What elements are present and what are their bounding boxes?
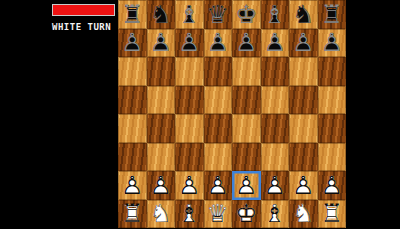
square-g8[interactable]: ♞♘ xyxy=(289,0,318,29)
square-g2[interactable]: ♟♙ xyxy=(289,171,318,200)
square-d1[interactable]: ♛♕ xyxy=(204,200,233,229)
square-a4[interactable] xyxy=(118,114,147,143)
piece-black-bishop[interactable]: ♝♗ xyxy=(175,0,204,29)
square-g5[interactable] xyxy=(289,86,318,115)
piece-glyph-line: ♕ xyxy=(204,0,233,29)
piece-white-rook[interactable]: ♜♖ xyxy=(118,200,147,229)
square-a8[interactable]: ♜♖ xyxy=(118,0,147,29)
piece-black-pawn[interactable]: ♟♙ xyxy=(204,29,233,58)
square-a2[interactable]: ♟♙ xyxy=(118,171,147,200)
piece-glyph-line: ♘ xyxy=(289,0,318,29)
piece-glyph-line: ♗ xyxy=(175,0,204,29)
square-f7[interactable]: ♟♙ xyxy=(261,29,290,58)
square-c4[interactable] xyxy=(175,114,204,143)
piece-glyph-line: ♙ xyxy=(175,29,204,58)
piece-glyph-line: ♘ xyxy=(289,200,318,229)
square-c5[interactable] xyxy=(175,86,204,115)
square-e3[interactable] xyxy=(232,143,261,172)
square-a5[interactable] xyxy=(118,86,147,115)
square-b8[interactable]: ♞♘ xyxy=(147,0,176,29)
piece-glyph-line: ♙ xyxy=(289,171,318,200)
chess-board: ♜♖♞♘♝♗♛♕♚♔♝♗♞♘♜♖♟♙♟♙♟♙♟♙♟♙♟♙♟♙♟♙♟♙♟♙♟♙♟♙… xyxy=(118,0,346,228)
piece-glyph-line: ♙ xyxy=(118,171,147,200)
piece-glyph-line: ♔ xyxy=(232,200,261,229)
square-h4[interactable] xyxy=(318,114,347,143)
square-f2[interactable]: ♟♙ xyxy=(261,171,290,200)
square-d3[interactable] xyxy=(204,143,233,172)
square-f4[interactable] xyxy=(261,114,290,143)
piece-white-bishop[interactable]: ♝♗ xyxy=(175,200,204,229)
piece-black-pawn[interactable]: ♟♙ xyxy=(175,29,204,58)
square-d5[interactable] xyxy=(204,86,233,115)
piece-black-king[interactable]: ♚♔ xyxy=(232,0,261,29)
square-e5[interactable] xyxy=(232,86,261,115)
square-d4[interactable] xyxy=(204,114,233,143)
square-c2[interactable]: ♟♙ xyxy=(175,171,204,200)
piece-black-pawn[interactable]: ♟♙ xyxy=(289,29,318,58)
square-d6[interactable] xyxy=(204,57,233,86)
square-e4[interactable] xyxy=(232,114,261,143)
square-d8[interactable]: ♛♕ xyxy=(204,0,233,29)
square-f5[interactable] xyxy=(261,86,290,115)
square-g6[interactable] xyxy=(289,57,318,86)
piece-glyph-line: ♘ xyxy=(147,200,176,229)
square-a6[interactable] xyxy=(118,57,147,86)
piece-white-knight[interactable]: ♞♘ xyxy=(147,200,176,229)
square-b3[interactable] xyxy=(147,143,176,172)
piece-white-bishop[interactable]: ♝♗ xyxy=(261,200,290,229)
piece-black-rook[interactable]: ♜♖ xyxy=(318,0,347,29)
piece-white-queen[interactable]: ♛♕ xyxy=(204,200,233,229)
piece-white-pawn[interactable]: ♟♙ xyxy=(318,171,347,200)
piece-black-rook[interactable]: ♜♖ xyxy=(118,0,147,29)
square-e2[interactable]: ♟♙ xyxy=(232,171,261,200)
piece-glyph-line: ♙ xyxy=(261,29,290,58)
piece-white-rook[interactable]: ♜♖ xyxy=(318,200,347,229)
piece-white-knight[interactable]: ♞♘ xyxy=(289,200,318,229)
piece-white-pawn[interactable]: ♟♙ xyxy=(289,171,318,200)
square-c1[interactable]: ♝♗ xyxy=(175,200,204,229)
piece-glyph-line: ♖ xyxy=(118,200,147,229)
piece-black-pawn[interactable]: ♟♙ xyxy=(232,29,261,58)
square-g3[interactable] xyxy=(289,143,318,172)
piece-black-pawn[interactable]: ♟♙ xyxy=(147,29,176,58)
square-h3[interactable] xyxy=(318,143,347,172)
square-e7[interactable]: ♟♙ xyxy=(232,29,261,58)
square-f6[interactable] xyxy=(261,57,290,86)
piece-glyph-line: ♙ xyxy=(232,29,261,58)
square-g4[interactable] xyxy=(289,114,318,143)
square-b6[interactable] xyxy=(147,57,176,86)
piece-glyph-line: ♙ xyxy=(204,171,233,200)
piece-glyph-line: ♙ xyxy=(147,29,176,58)
square-b1[interactable]: ♞♘ xyxy=(147,200,176,229)
piece-black-pawn[interactable]: ♟♙ xyxy=(261,29,290,58)
piece-white-pawn[interactable]: ♟♙ xyxy=(147,171,176,200)
piece-black-pawn[interactable]: ♟♙ xyxy=(118,29,147,58)
piece-glyph-line: ♙ xyxy=(289,29,318,58)
piece-glyph-line: ♙ xyxy=(318,29,347,58)
square-h5[interactable] xyxy=(318,86,347,115)
piece-glyph-line: ♖ xyxy=(318,200,347,229)
piece-glyph-line: ♘ xyxy=(147,0,176,29)
square-f3[interactable] xyxy=(261,143,290,172)
square-e8[interactable]: ♚♔ xyxy=(232,0,261,29)
piece-black-pawn[interactable]: ♟♙ xyxy=(318,29,347,58)
square-h8[interactable]: ♜♖ xyxy=(318,0,347,29)
square-h1[interactable]: ♜♖ xyxy=(318,200,347,229)
square-c7[interactable]: ♟♙ xyxy=(175,29,204,58)
square-f8[interactable]: ♝♗ xyxy=(261,0,290,29)
piece-glyph-line: ♔ xyxy=(232,0,261,29)
piece-black-bishop[interactable]: ♝♗ xyxy=(261,0,290,29)
piece-glyph-line: ♙ xyxy=(261,171,290,200)
square-a3[interactable] xyxy=(118,143,147,172)
square-b2[interactable]: ♟♙ xyxy=(147,171,176,200)
piece-glyph-line: ♕ xyxy=(204,200,233,229)
piece-white-pawn[interactable]: ♟♙ xyxy=(118,171,147,200)
square-b5[interactable] xyxy=(147,86,176,115)
piece-white-king[interactable]: ♚♔ xyxy=(232,200,261,229)
piece-glyph-line: ♙ xyxy=(118,29,147,58)
square-d7[interactable]: ♟♙ xyxy=(204,29,233,58)
piece-white-pawn[interactable]: ♟♙ xyxy=(175,171,204,200)
piece-glyph-line: ♖ xyxy=(118,0,147,29)
square-f1[interactable]: ♝♗ xyxy=(261,200,290,229)
piece-white-pawn[interactable]: ♟♙ xyxy=(261,171,290,200)
square-e1[interactable]: ♚♔ xyxy=(232,200,261,229)
square-b4[interactable] xyxy=(147,114,176,143)
square-c6[interactable] xyxy=(175,57,204,86)
square-h2[interactable]: ♟♙ xyxy=(318,171,347,200)
square-c8[interactable]: ♝♗ xyxy=(175,0,204,29)
piece-glyph-line: ♙ xyxy=(318,171,347,200)
piece-black-knight[interactable]: ♞♘ xyxy=(147,0,176,29)
square-g7[interactable]: ♟♙ xyxy=(289,29,318,58)
piece-white-pawn[interactable]: ♟♙ xyxy=(232,171,261,200)
square-b7[interactable]: ♟♙ xyxy=(147,29,176,58)
square-h6[interactable] xyxy=(318,57,347,86)
square-d2[interactable]: ♟♙ xyxy=(204,171,233,200)
piece-glyph-line: ♗ xyxy=(261,0,290,29)
piece-black-queen[interactable]: ♛♕ xyxy=(204,0,233,29)
square-h7[interactable]: ♟♙ xyxy=(318,29,347,58)
piece-glyph-line: ♗ xyxy=(175,200,204,229)
piece-glyph-line: ♙ xyxy=(147,171,176,200)
turn-label: WHITE TURN xyxy=(52,22,115,32)
turn-indicator-bar xyxy=(52,4,115,16)
square-g1[interactable]: ♞♘ xyxy=(289,200,318,229)
square-e6[interactable] xyxy=(232,57,261,86)
piece-white-pawn[interactable]: ♟♙ xyxy=(204,171,233,200)
square-c3[interactable] xyxy=(175,143,204,172)
turn-hud: WHITE TURN xyxy=(52,4,115,32)
square-a7[interactable]: ♟♙ xyxy=(118,29,147,58)
piece-black-knight[interactable]: ♞♘ xyxy=(289,0,318,29)
square-a1[interactable]: ♜♖ xyxy=(118,200,147,229)
piece-glyph-line: ♙ xyxy=(204,29,233,58)
piece-glyph-line: ♙ xyxy=(175,171,204,200)
piece-glyph-line: ♙ xyxy=(232,171,261,200)
piece-glyph-line: ♗ xyxy=(261,200,290,229)
piece-glyph-line: ♖ xyxy=(318,0,347,29)
